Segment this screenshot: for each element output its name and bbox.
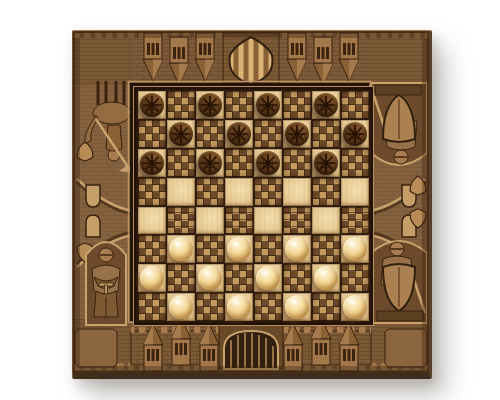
board-square[interactable] xyxy=(138,149,166,177)
rosette-carving-icon xyxy=(198,151,222,175)
board-square[interactable] xyxy=(196,293,224,321)
board-square[interactable] xyxy=(167,207,195,235)
board-square[interactable] xyxy=(167,235,195,263)
board-square[interactable] xyxy=(254,91,282,119)
board-square[interactable] xyxy=(225,293,253,321)
checker-piece-light[interactable] xyxy=(198,266,222,290)
board-square[interactable] xyxy=(283,264,311,292)
board-square[interactable] xyxy=(312,178,340,206)
board-square[interactable] xyxy=(225,235,253,263)
rosette-carving-icon xyxy=(285,122,309,146)
board-square[interactable] xyxy=(167,149,195,177)
board-square[interactable] xyxy=(225,91,253,119)
checker-piece-light[interactable] xyxy=(256,266,280,290)
board-square[interactable] xyxy=(312,293,340,321)
shield-icon xyxy=(223,31,279,87)
board-square[interactable] xyxy=(196,149,224,177)
board-square[interactable] xyxy=(167,264,195,292)
knight-seated-top-icon xyxy=(371,83,427,165)
rosette-carving-icon xyxy=(314,93,338,117)
board-square[interactable] xyxy=(283,91,311,119)
corner-bastion-left xyxy=(75,329,117,367)
board-square[interactable] xyxy=(312,207,340,235)
checker-piece-light[interactable] xyxy=(285,237,309,261)
board-square[interactable] xyxy=(138,207,166,235)
checker-piece-light[interactable] xyxy=(169,295,193,319)
board-square[interactable] xyxy=(283,207,311,235)
board-square[interactable] xyxy=(225,178,253,206)
board-square[interactable] xyxy=(254,293,282,321)
board-square[interactable] xyxy=(225,264,253,292)
board-square[interactable] xyxy=(341,178,369,206)
board-square[interactable] xyxy=(312,91,340,119)
board-square[interactable] xyxy=(138,264,166,292)
checker-piece-dark[interactable] xyxy=(198,93,222,117)
checker-piece-light[interactable] xyxy=(343,295,367,319)
board-square[interactable] xyxy=(225,149,253,177)
checker-piece-light[interactable] xyxy=(285,295,309,319)
checker-piece-dark[interactable] xyxy=(285,122,309,146)
checker-piece-dark[interactable] xyxy=(169,122,193,146)
board-square[interactable] xyxy=(283,120,311,148)
board-square[interactable] xyxy=(225,207,253,235)
board-square[interactable] xyxy=(341,264,369,292)
rosette-carving-icon xyxy=(140,93,164,117)
board xyxy=(134,87,373,325)
board-square[interactable] xyxy=(341,207,369,235)
board-square[interactable] xyxy=(196,91,224,119)
board-square[interactable] xyxy=(196,120,224,148)
rosette-carving-icon xyxy=(256,93,280,117)
board-square[interactable] xyxy=(283,235,311,263)
board-square[interactable] xyxy=(138,235,166,263)
board-square[interactable] xyxy=(196,235,224,263)
board-square[interactable] xyxy=(225,120,253,148)
checker-piece-light[interactable] xyxy=(227,237,251,261)
checker-piece-dark[interactable] xyxy=(314,93,338,117)
rosette-carving-icon xyxy=(256,151,280,175)
checker-piece-light[interactable] xyxy=(169,237,193,261)
knight-seated-icon xyxy=(371,241,427,323)
rosette-carving-icon xyxy=(140,151,164,175)
knight-standing-icon xyxy=(86,242,126,325)
board-square[interactable] xyxy=(196,207,224,235)
board-square[interactable] xyxy=(196,264,224,292)
board-square[interactable] xyxy=(138,91,166,119)
checker-piece-dark[interactable] xyxy=(256,151,280,175)
board-square[interactable] xyxy=(341,91,369,119)
board-square[interactable] xyxy=(283,149,311,177)
board-square[interactable] xyxy=(254,149,282,177)
board-square[interactable] xyxy=(312,120,340,148)
board-square[interactable] xyxy=(138,178,166,206)
board-square[interactable] xyxy=(341,149,369,177)
rosette-carving-icon xyxy=(227,122,251,146)
board-square[interactable] xyxy=(167,178,195,206)
board-square[interactable] xyxy=(341,120,369,148)
board-square[interactable] xyxy=(138,293,166,321)
castle-gate-icon xyxy=(219,325,283,369)
photo-stage xyxy=(0,0,500,400)
checker-piece-light[interactable] xyxy=(140,266,164,290)
checker-piece-dark[interactable] xyxy=(256,93,280,117)
board-square[interactable] xyxy=(341,235,369,263)
rosette-carving-icon xyxy=(314,151,338,175)
board-square[interactable] xyxy=(254,264,282,292)
rosette-carving-icon xyxy=(343,122,367,146)
board-square[interactable] xyxy=(312,235,340,263)
checker-piece-light[interactable] xyxy=(314,266,338,290)
board-square[interactable] xyxy=(254,207,282,235)
board-square[interactable] xyxy=(254,235,282,263)
rosette-carving-icon xyxy=(169,122,193,146)
checker-piece-dark[interactable] xyxy=(140,93,164,117)
corner-bastion-right xyxy=(385,329,427,367)
board-square[interactable] xyxy=(312,149,340,177)
board-square[interactable] xyxy=(341,293,369,321)
checker-piece-dark[interactable] xyxy=(343,122,367,146)
carved-board-panel xyxy=(72,30,432,379)
board-square[interactable] xyxy=(283,293,311,321)
checker-piece-dark[interactable] xyxy=(198,151,222,175)
board-square[interactable] xyxy=(167,91,195,119)
board-square[interactable] xyxy=(167,293,195,321)
board-square[interactable] xyxy=(254,120,282,148)
board-square[interactable] xyxy=(312,264,340,292)
checker-piece-dark[interactable] xyxy=(227,122,251,146)
checker-piece-light[interactable] xyxy=(343,237,367,261)
rosette-carving-icon xyxy=(198,93,222,117)
checker-piece-light[interactable] xyxy=(227,295,251,319)
board-square[interactable] xyxy=(138,120,166,148)
board-square[interactable] xyxy=(283,178,311,206)
board-square[interactable] xyxy=(254,178,282,206)
checker-piece-dark[interactable] xyxy=(140,151,164,175)
board-square[interactable] xyxy=(167,120,195,148)
checker-piece-dark[interactable] xyxy=(314,151,338,175)
board-square[interactable] xyxy=(196,178,224,206)
